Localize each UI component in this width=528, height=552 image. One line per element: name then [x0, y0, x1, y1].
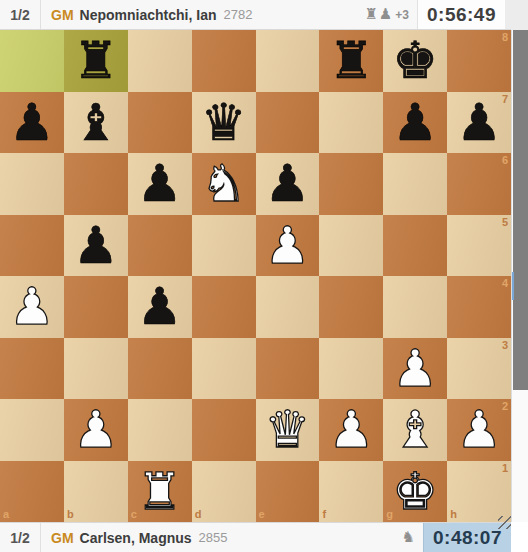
square-h3[interactable]: 3 — [447, 338, 511, 400]
black-bishop[interactable]: ♝ — [73, 97, 119, 148]
square-c1[interactable]: ♜c — [128, 461, 192, 523]
square-b6[interactable] — [64, 153, 128, 215]
bottom-material-advantage: ♞ — [402, 530, 415, 545]
square-b8[interactable]: ♜ — [64, 30, 128, 92]
white-knight[interactable]: ♞ — [201, 158, 247, 209]
black-king[interactable]: ♚ — [392, 35, 438, 86]
white-bishop[interactable]: ♝ — [392, 404, 438, 455]
square-d2[interactable] — [192, 399, 256, 461]
square-g5[interactable] — [383, 215, 447, 277]
square-c6[interactable]: ♟ — [128, 153, 192, 215]
square-e5[interactable]: ♟ — [256, 215, 320, 277]
top-player-clock: 0:56:49 — [417, 0, 505, 29]
board-area: ♜♜♚8♟♝♛♟♟7♟♞♟6♟♟5♟♟4♟3♟♛♟♝♟2ab♜cdef♚g1h — [0, 30, 511, 522]
white-pawn[interactable]: ♟ — [265, 220, 311, 271]
file-label-c: c — [131, 509, 137, 520]
file-label-e: e — [259, 509, 265, 520]
square-d8[interactable] — [192, 30, 256, 92]
black-pawn[interactable]: ♟ — [265, 158, 311, 209]
square-c3[interactable] — [128, 338, 192, 400]
square-a3[interactable] — [0, 338, 64, 400]
square-d4[interactable] — [192, 276, 256, 338]
rank-label-2: 2 — [502, 401, 508, 412]
top-player-title: GM — [51, 7, 74, 23]
square-e6[interactable]: ♟ — [256, 153, 320, 215]
bottom-player-rating: 2855 — [199, 530, 228, 545]
file-label-d: d — [195, 509, 202, 520]
square-e8[interactable] — [256, 30, 320, 92]
top-player-bar: 1/2 GM Nepomniachtchi, Ian 2782 ♜♟+3 0:5… — [0, 0, 511, 30]
square-b7[interactable]: ♝ — [64, 92, 128, 154]
white-pawn[interactable]: ♟ — [9, 281, 55, 332]
material-score: +3 — [395, 8, 409, 22]
square-g2[interactable]: ♝ — [383, 399, 447, 461]
square-c5[interactable] — [128, 215, 192, 277]
black-pawn[interactable]: ♟ — [137, 158, 183, 209]
black-queen[interactable]: ♛ — [201, 97, 247, 148]
square-h5[interactable]: 5 — [447, 215, 511, 277]
square-b4[interactable] — [64, 276, 128, 338]
black-pawn[interactable]: ♟ — [392, 97, 438, 148]
rank-label-3: 3 — [502, 340, 508, 351]
square-e1[interactable]: e — [256, 461, 320, 523]
chess-board[interactable]: ♜♜♚8♟♝♛♟♟7♟♞♟6♟♟5♟♟4♟3♟♛♟♝♟2ab♜cdef♚g1h — [0, 30, 511, 522]
square-e3[interactable] — [256, 338, 320, 400]
square-d6[interactable]: ♞ — [192, 153, 256, 215]
square-f8[interactable]: ♜ — [319, 30, 383, 92]
square-h4[interactable]: 4 — [447, 276, 511, 338]
square-a7[interactable]: ♟ — [0, 92, 64, 154]
square-b3[interactable] — [64, 338, 128, 400]
square-g4[interactable] — [383, 276, 447, 338]
black-rook[interactable]: ♜ — [73, 35, 119, 86]
file-label-h: h — [450, 509, 457, 520]
square-a6[interactable] — [0, 153, 64, 215]
pawn-icon: ♟ — [379, 7, 392, 22]
square-f2[interactable]: ♟ — [319, 399, 383, 461]
square-c7[interactable] — [128, 92, 192, 154]
divider — [40, 0, 41, 29]
white-pawn[interactable]: ♟ — [392, 343, 438, 394]
top-material-advantage: ♜♟+3 — [364, 7, 409, 22]
file-label-f: f — [322, 509, 326, 520]
scroll-accent — [512, 272, 514, 300]
square-d3[interactable] — [192, 338, 256, 400]
square-c8[interactable] — [128, 30, 192, 92]
square-d5[interactable] — [192, 215, 256, 277]
bottom-player-bar: 1/2 GM Carlsen, Magnus 2855 ♞ 0:48:07 — [0, 522, 511, 552]
square-e2[interactable]: ♛ — [256, 399, 320, 461]
square-g7[interactable]: ♟ — [383, 92, 447, 154]
square-g3[interactable]: ♟ — [383, 338, 447, 400]
board-resize-handle[interactable] — [498, 516, 511, 529]
black-pawn[interactable]: ♟ — [137, 281, 183, 332]
white-queen[interactable]: ♛ — [265, 404, 311, 455]
square-h6[interactable]: 6 — [447, 153, 511, 215]
divider — [40, 523, 41, 552]
bar-end — [505, 0, 511, 29]
square-e4[interactable] — [256, 276, 320, 338]
square-c2[interactable] — [128, 399, 192, 461]
bottom-player-title: GM — [51, 530, 74, 546]
square-c4[interactable]: ♟ — [128, 276, 192, 338]
white-pawn[interactable]: ♟ — [328, 404, 374, 455]
square-b5[interactable]: ♟ — [64, 215, 128, 277]
square-a1[interactable]: a — [0, 461, 64, 523]
black-pawn[interactable]: ♟ — [456, 97, 502, 148]
file-label-b: b — [67, 509, 74, 520]
white-pawn[interactable]: ♟ — [73, 404, 119, 455]
square-g8[interactable]: ♚ — [383, 30, 447, 92]
square-b2[interactable]: ♟ — [64, 399, 128, 461]
square-g1[interactable]: ♚g — [383, 461, 447, 523]
square-h1[interactable]: 1h — [447, 461, 511, 523]
square-f5[interactable] — [319, 215, 383, 277]
black-rook[interactable]: ♜ — [328, 35, 374, 86]
black-pawn[interactable]: ♟ — [9, 97, 55, 148]
top-player-rating: 2782 — [223, 7, 252, 22]
white-king[interactable]: ♚ — [392, 466, 438, 517]
scrollbar-thumb[interactable] — [513, 30, 528, 390]
bottom-player-result: 1/2 — [0, 530, 40, 546]
top-player-name[interactable]: Nepomniachtchi, Ian — [80, 7, 217, 23]
square-e7[interactable] — [256, 92, 320, 154]
white-rook[interactable]: ♜ — [137, 466, 183, 517]
square-f3[interactable] — [319, 338, 383, 400]
square-d1[interactable]: d — [192, 461, 256, 523]
square-a2[interactable] — [0, 399, 64, 461]
rank-label-7: 7 — [502, 94, 508, 105]
game-screen: 1/2 GM Nepomniachtchi, Ian 2782 ♜♟+3 0:5… — [0, 0, 528, 552]
rank-label-8: 8 — [502, 32, 508, 43]
black-pawn[interactable]: ♟ — [73, 220, 119, 271]
square-h8[interactable]: 8 — [447, 30, 511, 92]
scrollbar-track[interactable] — [511, 30, 528, 522]
top-player-result: 1/2 — [0, 7, 40, 23]
square-a5[interactable] — [0, 215, 64, 277]
square-a8[interactable] — [0, 30, 64, 92]
knight-icon: ♞ — [402, 530, 415, 545]
file-label-g: g — [386, 509, 393, 520]
file-label-a: a — [3, 509, 9, 520]
square-a4[interactable]: ♟ — [0, 276, 64, 338]
square-f1[interactable]: f — [319, 461, 383, 523]
square-b1[interactable]: b — [64, 461, 128, 523]
rook-icon: ♜ — [364, 7, 377, 22]
square-f6[interactable] — [319, 153, 383, 215]
square-h2[interactable]: ♟2 — [447, 399, 511, 461]
square-g6[interactable] — [383, 153, 447, 215]
bottom-right-corner — [511, 522, 528, 552]
rank-label-6: 6 — [502, 155, 508, 166]
rank-label-4: 4 — [502, 278, 508, 289]
square-h7[interactable]: ♟7 — [447, 92, 511, 154]
rank-label-1: 1 — [502, 463, 508, 474]
square-f4[interactable] — [319, 276, 383, 338]
square-f7[interactable] — [319, 92, 383, 154]
top-right-corner — [511, 0, 528, 30]
white-pawn[interactable]: ♟ — [456, 404, 502, 455]
square-d7[interactable]: ♛ — [192, 92, 256, 154]
rank-label-5: 5 — [502, 217, 508, 228]
bottom-player-name[interactable]: Carlsen, Magnus — [80, 530, 192, 546]
